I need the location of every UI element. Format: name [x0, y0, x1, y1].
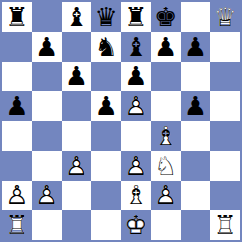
square-a3[interactable]: [2, 151, 32, 181]
square-h4[interactable]: [210, 121, 240, 151]
white-pawn-icon-outline: ♙: [62, 151, 92, 181]
square-h7[interactable]: [210, 32, 240, 62]
square-g6[interactable]: [181, 62, 211, 92]
square-g4[interactable]: [181, 121, 211, 151]
square-f6[interactable]: [151, 62, 181, 92]
square-c2[interactable]: [62, 181, 92, 211]
square-h3[interactable]: [210, 151, 240, 181]
square-d3[interactable]: [91, 151, 121, 181]
square-a7[interactable]: [2, 32, 32, 62]
square-e5[interactable]: ♟♙: [121, 91, 151, 121]
black-pawn-icon[interactable]: ♟: [181, 91, 211, 121]
black-king-icon[interactable]: ♚: [151, 2, 181, 32]
white-bishop-icon-outline: ♗: [121, 181, 151, 211]
square-f7[interactable]: ♟: [151, 32, 181, 62]
black-pawn-icon-glyph: ♟: [91, 91, 121, 121]
black-pawn-icon[interactable]: ♟: [151, 32, 181, 62]
white-pawn-icon[interactable]: ♟♙: [121, 151, 151, 181]
white-pawn-icon-outline: ♙: [32, 181, 62, 211]
square-e3[interactable]: ♟♙: [121, 151, 151, 181]
square-f2[interactable]: ♟♙: [151, 181, 181, 211]
square-d7[interactable]: ♞: [91, 32, 121, 62]
white-pawn-icon[interactable]: ♟♙: [151, 181, 181, 211]
black-pawn-icon[interactable]: ♟: [62, 62, 92, 92]
black-bishop-icon-glyph: ♝: [62, 2, 92, 32]
square-h8[interactable]: ♛♕: [210, 2, 240, 32]
white-pawn-icon[interactable]: ♟♙: [121, 91, 151, 121]
square-h6[interactable]: [210, 62, 240, 92]
black-knight-icon[interactable]: ♞: [91, 32, 121, 62]
square-d2[interactable]: [91, 181, 121, 211]
white-king-icon[interactable]: ♚♔: [121, 210, 151, 240]
square-h5[interactable]: [210, 91, 240, 121]
square-c1[interactable]: [62, 210, 92, 240]
square-d8[interactable]: ♛: [91, 2, 121, 32]
square-d6[interactable]: [91, 62, 121, 92]
square-f8[interactable]: ♚: [151, 2, 181, 32]
white-knight-icon-outline: ♘: [151, 151, 181, 181]
white-pawn-icon-outline: ♙: [121, 151, 151, 181]
white-pawn-icon[interactable]: ♟♙: [2, 181, 32, 211]
square-e4[interactable]: [121, 121, 151, 151]
black-pawn-icon-glyph: ♟: [151, 32, 181, 62]
white-pawn-icon-outline: ♙: [2, 181, 32, 211]
square-g3[interactable]: [181, 151, 211, 181]
square-g1[interactable]: [181, 210, 211, 240]
square-b2[interactable]: ♟♙: [32, 181, 62, 211]
white-bishop-icon-outline: ♗: [151, 121, 181, 151]
square-c6[interactable]: ♟: [62, 62, 92, 92]
square-a6[interactable]: [2, 62, 32, 92]
square-b1[interactable]: [32, 210, 62, 240]
square-b6[interactable]: [32, 62, 62, 92]
square-a8[interactable]: ♜: [2, 2, 32, 32]
white-pawn-icon-outline: ♙: [151, 181, 181, 211]
square-b8[interactable]: [32, 2, 62, 32]
black-pawn-icon-glyph: ♟: [181, 91, 211, 121]
square-c7[interactable]: [62, 32, 92, 62]
black-bishop-icon[interactable]: ♝: [62, 2, 92, 32]
square-f4[interactable]: ♝♗: [151, 121, 181, 151]
square-h2[interactable]: [210, 181, 240, 211]
square-g8[interactable]: [181, 2, 211, 32]
black-bishop-icon[interactable]: ♝: [121, 32, 151, 62]
square-c4[interactable]: [62, 121, 92, 151]
square-b5[interactable]: [32, 91, 62, 121]
square-d4[interactable]: [91, 121, 121, 151]
black-rook-icon-glyph: ♜: [2, 2, 32, 32]
square-e6[interactable]: ♟: [121, 62, 151, 92]
black-queen-icon[interactable]: ♛: [91, 2, 121, 32]
black-pawn-icon[interactable]: ♟: [181, 32, 211, 62]
square-f5[interactable]: [151, 91, 181, 121]
black-rook-icon[interactable]: ♜: [2, 2, 32, 32]
square-d5[interactable]: ♟: [91, 91, 121, 121]
white-pawn-icon[interactable]: ♟♙: [32, 181, 62, 211]
white-bishop-icon[interactable]: ♝♗: [151, 121, 181, 151]
square-a5[interactable]: ♟: [2, 91, 32, 121]
square-e1[interactable]: ♚♔: [121, 210, 151, 240]
white-bishop-icon[interactable]: ♝♗: [121, 181, 151, 211]
black-knight-icon-glyph: ♞: [91, 32, 121, 62]
square-h1[interactable]: ♜♖: [210, 210, 240, 240]
white-queen-icon-outline: ♕: [210, 2, 240, 32]
square-g2[interactable]: [181, 181, 211, 211]
black-rook-icon-glyph: ♜: [121, 2, 151, 32]
black-pawn-icon-glyph: ♟: [181, 32, 211, 62]
square-a2[interactable]: ♟♙: [2, 181, 32, 211]
square-b4[interactable]: [32, 121, 62, 151]
square-d1[interactable]: [91, 210, 121, 240]
square-g5[interactable]: ♟: [181, 91, 211, 121]
black-bishop-icon-glyph: ♝: [121, 32, 151, 62]
black-pawn-icon-glyph: ♟: [121, 62, 151, 92]
square-e8[interactable]: ♜: [121, 2, 151, 32]
white-queen-icon[interactable]: ♛♕: [210, 2, 240, 32]
white-knight-icon[interactable]: ♞♘: [151, 151, 181, 181]
white-rook-icon[interactable]: ♜♖: [2, 210, 32, 240]
square-c8[interactable]: ♝: [62, 2, 92, 32]
square-c5[interactable]: [62, 91, 92, 121]
black-pawn-icon[interactable]: ♟: [2, 91, 32, 121]
black-pawn-icon-glyph: ♟: [32, 32, 62, 62]
black-pawn-icon-glyph: ♟: [2, 91, 32, 121]
black-pawn-icon[interactable]: ♟: [121, 62, 151, 92]
white-rook-icon[interactable]: ♜♖: [210, 210, 240, 240]
white-rook-icon-outline: ♖: [2, 210, 32, 240]
black-king-icon-glyph: ♚: [151, 2, 181, 32]
white-pawn-icon-outline: ♙: [121, 91, 151, 121]
black-pawn-icon[interactable]: ♟: [91, 91, 121, 121]
black-pawn-icon-glyph: ♟: [62, 62, 92, 92]
black-pawn-icon[interactable]: ♟: [32, 32, 62, 62]
square-e7[interactable]: ♝: [121, 32, 151, 62]
square-a1[interactable]: ♜♖: [2, 210, 32, 240]
square-e2[interactable]: ♝♗: [121, 181, 151, 211]
white-pawn-icon[interactable]: ♟♙: [62, 151, 92, 181]
chess-board: ♜♝♛♜♚♛♕♟♞♝♟♟♟♟♟♟♟♙♟♝♗♟♙♟♙♞♘♟♙♟♙♝♗♟♙♜♖♚♔♜…: [0, 0, 242, 242]
square-a4[interactable]: [2, 121, 32, 151]
white-rook-icon-outline: ♖: [210, 210, 240, 240]
square-c3[interactable]: ♟♙: [62, 151, 92, 181]
square-f3[interactable]: ♞♘: [151, 151, 181, 181]
square-b3[interactable]: [32, 151, 62, 181]
square-g7[interactable]: ♟: [181, 32, 211, 62]
square-f1[interactable]: [151, 210, 181, 240]
black-queen-icon-glyph: ♛: [91, 2, 121, 32]
white-king-icon-outline: ♔: [121, 210, 151, 240]
square-b7[interactable]: ♟: [32, 32, 62, 62]
black-rook-icon[interactable]: ♜: [121, 2, 151, 32]
